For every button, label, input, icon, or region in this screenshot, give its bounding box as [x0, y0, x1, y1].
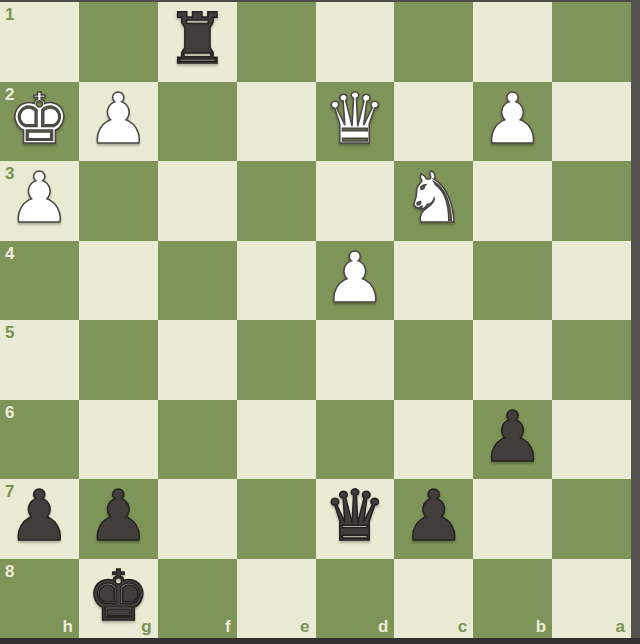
square-e1[interactable] — [237, 2, 316, 82]
square-h6[interactable]: 6 — [0, 400, 79, 480]
square-e3[interactable] — [237, 161, 316, 241]
square-c5[interactable] — [394, 320, 473, 400]
square-f3[interactable] — [158, 161, 237, 241]
square-a2[interactable] — [552, 82, 631, 162]
square-a6[interactable] — [552, 400, 631, 480]
chess-board: 1♜2♚♟♛♟3♟♞4♟56♟7♟♟♛♟8hg♚fedcba — [0, 2, 631, 638]
square-a3[interactable] — [552, 161, 631, 241]
white-knight-piece[interactable]: ♞ — [402, 159, 465, 238]
square-g3[interactable] — [79, 161, 158, 241]
square-a1[interactable] — [552, 2, 631, 82]
square-b2[interactable]: ♟ — [473, 82, 552, 162]
square-g5[interactable] — [79, 320, 158, 400]
square-h8[interactable]: 8h — [0, 559, 79, 639]
square-g4[interactable] — [79, 241, 158, 321]
white-pawn-piece[interactable]: ♟ — [87, 80, 150, 159]
square-h2[interactable]: 2♚ — [0, 82, 79, 162]
square-e8[interactable]: e — [237, 559, 316, 639]
square-a5[interactable] — [552, 320, 631, 400]
square-g6[interactable] — [79, 400, 158, 480]
square-d3[interactable] — [316, 161, 395, 241]
square-h7[interactable]: 7♟ — [0, 479, 79, 559]
square-b1[interactable] — [473, 2, 552, 82]
rank-label-5: 5 — [5, 324, 14, 341]
square-a4[interactable] — [552, 241, 631, 321]
black-rook-piece[interactable]: ♜ — [166, 0, 229, 79]
file-label-d: d — [378, 618, 388, 635]
square-e6[interactable] — [237, 400, 316, 480]
rank-label-6: 6 — [5, 404, 14, 421]
square-f7[interactable] — [158, 479, 237, 559]
white-king-piece[interactable]: ♚ — [8, 80, 71, 159]
square-b7[interactable] — [473, 479, 552, 559]
square-b4[interactable] — [473, 241, 552, 321]
black-pawn-piece[interactable]: ♟ — [481, 398, 544, 477]
board-background: 1♜2♚♟♛♟3♟♞4♟56♟7♟♟♛♟8hg♚fedcba — [0, 0, 640, 644]
square-f1[interactable]: ♜ — [158, 2, 237, 82]
bottom-edge — [0, 638, 640, 644]
white-pawn-piece[interactable]: ♟ — [8, 159, 71, 238]
black-king-piece[interactable]: ♚ — [87, 557, 150, 636]
square-g2[interactable]: ♟ — [79, 82, 158, 162]
file-label-b: b — [536, 618, 546, 635]
file-label-f: f — [225, 618, 231, 635]
file-label-e: e — [300, 618, 309, 635]
rank-label-8: 8 — [5, 563, 14, 580]
square-b5[interactable] — [473, 320, 552, 400]
square-e5[interactable] — [237, 320, 316, 400]
square-c8[interactable]: c — [394, 559, 473, 639]
square-c2[interactable] — [394, 82, 473, 162]
square-g1[interactable] — [79, 2, 158, 82]
file-label-c: c — [458, 618, 467, 635]
square-h4[interactable]: 4 — [0, 241, 79, 321]
square-c6[interactable] — [394, 400, 473, 480]
file-label-h: h — [62, 618, 72, 635]
square-b8[interactable]: b — [473, 559, 552, 639]
square-d6[interactable] — [316, 400, 395, 480]
black-pawn-piece[interactable]: ♟ — [402, 477, 465, 556]
square-d5[interactable] — [316, 320, 395, 400]
square-g8[interactable]: g♚ — [79, 559, 158, 639]
square-h5[interactable]: 5 — [0, 320, 79, 400]
square-a7[interactable] — [552, 479, 631, 559]
black-queen-piece[interactable]: ♛ — [324, 477, 387, 556]
square-f5[interactable] — [158, 320, 237, 400]
square-e2[interactable] — [237, 82, 316, 162]
square-e4[interactable] — [237, 241, 316, 321]
right-edge — [631, 0, 640, 644]
square-b6[interactable]: ♟ — [473, 400, 552, 480]
square-c4[interactable] — [394, 241, 473, 321]
square-b3[interactable] — [473, 161, 552, 241]
square-d1[interactable] — [316, 2, 395, 82]
square-e7[interactable] — [237, 479, 316, 559]
square-d2[interactable]: ♛ — [316, 82, 395, 162]
rank-label-1: 1 — [5, 6, 14, 23]
square-a8[interactable]: a — [552, 559, 631, 639]
square-h3[interactable]: 3♟ — [0, 161, 79, 241]
file-label-a: a — [616, 618, 625, 635]
square-h1[interactable]: 1 — [0, 2, 79, 82]
black-pawn-piece[interactable]: ♟ — [8, 477, 71, 556]
black-pawn-piece[interactable]: ♟ — [87, 477, 150, 556]
white-pawn-piece[interactable]: ♟ — [481, 80, 544, 159]
square-f2[interactable] — [158, 82, 237, 162]
square-c3[interactable]: ♞ — [394, 161, 473, 241]
square-g7[interactable]: ♟ — [79, 479, 158, 559]
square-f6[interactable] — [158, 400, 237, 480]
square-f4[interactable] — [158, 241, 237, 321]
white-queen-piece[interactable]: ♛ — [324, 80, 387, 159]
square-c7[interactable]: ♟ — [394, 479, 473, 559]
square-c1[interactable] — [394, 2, 473, 82]
square-d8[interactable]: d — [316, 559, 395, 639]
square-d7[interactable]: ♛ — [316, 479, 395, 559]
square-f8[interactable]: f — [158, 559, 237, 639]
white-pawn-piece[interactable]: ♟ — [324, 239, 387, 318]
rank-label-4: 4 — [5, 245, 14, 262]
square-d4[interactable]: ♟ — [316, 241, 395, 321]
